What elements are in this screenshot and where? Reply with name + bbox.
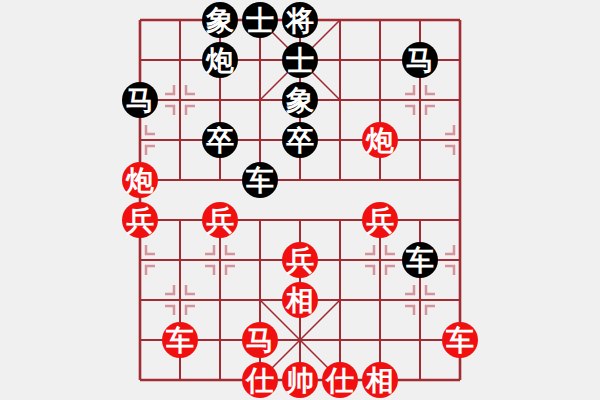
red-pawn[interactable]: 兵 — [282, 242, 318, 278]
xiangqi-board[interactable]: 象士将炮士马马象卒卒炮炮车兵兵兵兵车相车马车仕帅仕相 — [120, 0, 480, 400]
red-pawn[interactable]: 兵 — [362, 202, 398, 238]
black-general[interactable]: 将 — [282, 2, 318, 38]
black-cannon[interactable]: 炮 — [202, 42, 238, 78]
black-chariot[interactable]: 车 — [402, 242, 438, 278]
red-pawn[interactable]: 兵 — [122, 202, 158, 238]
black-advisor[interactable]: 士 — [242, 2, 278, 38]
black-elephant[interactable]: 象 — [202, 2, 238, 38]
app-background: 象士将炮士马马象卒卒炮炮车兵兵兵兵车相车马车仕帅仕相 — [0, 0, 600, 400]
red-pawn[interactable]: 兵 — [202, 202, 238, 238]
red-elephant[interactable]: 相 — [282, 282, 318, 318]
black-advisor[interactable]: 士 — [282, 42, 318, 78]
black-pawn[interactable]: 卒 — [202, 122, 238, 158]
red-general[interactable]: 帅 — [282, 362, 318, 398]
black-horse[interactable]: 马 — [402, 42, 438, 78]
red-advisor[interactable]: 仕 — [322, 362, 358, 398]
black-horse[interactable]: 马 — [122, 82, 158, 118]
red-chariot[interactable]: 车 — [162, 322, 198, 358]
pieces-layer: 象士将炮士马马象卒卒炮炮车兵兵兵兵车相车马车仕帅仕相 — [120, 0, 480, 400]
black-pawn[interactable]: 卒 — [282, 122, 318, 158]
red-horse[interactable]: 马 — [242, 322, 278, 358]
black-elephant[interactable]: 象 — [282, 82, 318, 118]
red-advisor[interactable]: 仕 — [242, 362, 278, 398]
black-chariot[interactable]: 车 — [242, 162, 278, 198]
red-cannon[interactable]: 炮 — [122, 162, 158, 198]
red-chariot[interactable]: 车 — [442, 322, 478, 358]
red-cannon[interactable]: 炮 — [362, 122, 398, 158]
red-elephant[interactable]: 相 — [362, 362, 398, 398]
